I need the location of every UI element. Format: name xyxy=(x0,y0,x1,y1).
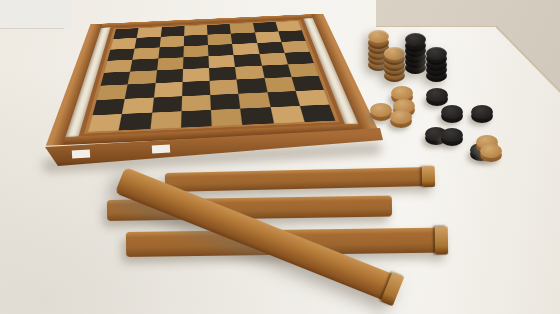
checker-disc-dark xyxy=(426,63,447,76)
checker-disc-top xyxy=(393,99,415,113)
wall-seam-line xyxy=(0,28,64,29)
checker-disc-side xyxy=(393,103,415,117)
checker-disc-light xyxy=(384,58,405,71)
board-square xyxy=(181,95,211,111)
checker-disc-top xyxy=(370,103,392,117)
board-square xyxy=(150,111,181,129)
checker-disc-side xyxy=(476,139,498,153)
board-square xyxy=(261,64,291,78)
board-square xyxy=(155,69,183,83)
board-square xyxy=(300,104,336,122)
rail-end-cap xyxy=(435,226,448,254)
checker-disc-light xyxy=(384,52,405,65)
rail-end-cap xyxy=(422,165,435,187)
checker-disc-top xyxy=(391,86,413,100)
checker-disc-dark xyxy=(405,61,426,74)
checker-disc-dark xyxy=(405,39,426,52)
checkers-stack-dark xyxy=(405,33,426,74)
checker-disc-light xyxy=(391,86,413,104)
board-square xyxy=(119,112,152,130)
checker-disc-top xyxy=(426,88,448,102)
board-square xyxy=(125,83,155,98)
checker-disc-dark xyxy=(441,128,463,146)
board-square xyxy=(88,114,122,132)
checker-disc-light xyxy=(384,63,405,76)
board-square xyxy=(291,76,323,91)
board-square xyxy=(267,91,300,107)
checker-disc-light xyxy=(384,47,405,60)
checkers-stack-dark xyxy=(426,47,447,82)
checker-disc-top xyxy=(470,143,492,157)
board-square xyxy=(270,106,304,124)
wall-top-left xyxy=(0,0,72,28)
checker-disc-top xyxy=(425,127,447,141)
checker-disc-top xyxy=(441,105,463,119)
checker-disc-dark xyxy=(405,33,426,46)
board-square xyxy=(181,110,212,128)
front-face-notch xyxy=(72,150,90,159)
table-back-edge xyxy=(376,26,497,28)
board-square xyxy=(93,99,126,116)
checker-disc-light xyxy=(384,69,405,82)
checker-disc-dark xyxy=(426,52,447,65)
board-square xyxy=(152,96,182,112)
board-square xyxy=(237,78,267,93)
checker-disc-light xyxy=(368,52,389,65)
checker-disc-top xyxy=(471,105,493,119)
checker-disc-light xyxy=(368,30,389,43)
board-perspective-scene xyxy=(72,0,346,205)
checker-disc-light xyxy=(393,99,415,117)
checker-disc-side xyxy=(390,114,412,128)
checker-disc-dark xyxy=(470,143,492,161)
front-face-notch xyxy=(152,145,170,154)
photo-scene xyxy=(0,0,560,314)
checkerboard xyxy=(79,19,346,137)
checker-disc-side xyxy=(470,147,492,161)
board-square xyxy=(182,81,210,96)
board-square xyxy=(235,66,264,80)
board-square xyxy=(122,97,153,114)
checker-disc-dark xyxy=(426,69,447,82)
board-square xyxy=(210,93,240,109)
checker-disc-dark xyxy=(441,105,463,123)
checker-disc-dark xyxy=(405,44,426,57)
board-square xyxy=(264,77,295,92)
checker-disc-light xyxy=(368,41,389,54)
board-square xyxy=(211,108,243,126)
board-square xyxy=(209,67,237,81)
checker-disc-light xyxy=(368,47,389,60)
checker-disc-light xyxy=(480,144,502,162)
checker-disc-dark xyxy=(426,88,448,106)
board-square xyxy=(288,63,319,77)
checkers-board-tray xyxy=(46,14,379,146)
board-square xyxy=(97,85,128,100)
checker-disc-side xyxy=(441,109,463,123)
board-square xyxy=(240,107,273,125)
checker-disc-top xyxy=(390,110,412,124)
checker-disc-light xyxy=(390,110,412,128)
checker-disc-side xyxy=(441,132,463,146)
checkers-stack-light xyxy=(368,30,389,71)
checkers-stack-light xyxy=(384,47,405,82)
checker-disc-side xyxy=(391,90,413,104)
checker-disc-dark xyxy=(426,58,447,71)
rail-end-cap xyxy=(381,272,405,306)
checker-disc-light xyxy=(370,103,392,121)
checker-disc-light xyxy=(368,36,389,49)
checker-disc-side xyxy=(425,131,447,145)
checker-disc-dark xyxy=(405,55,426,68)
checker-disc-light xyxy=(368,58,389,71)
board-square xyxy=(182,68,209,82)
checker-disc-light xyxy=(476,135,498,153)
board-square xyxy=(239,92,270,108)
board-square xyxy=(295,90,329,106)
checker-disc-top xyxy=(441,128,463,142)
board-square xyxy=(210,80,239,95)
checker-disc-dark xyxy=(425,127,447,145)
checker-disc-top xyxy=(480,144,502,158)
wooden-rail-3 xyxy=(126,227,448,256)
checker-disc-dark xyxy=(471,105,493,123)
checker-disc-dark xyxy=(405,50,426,63)
checker-disc-side xyxy=(471,109,493,123)
checker-disc-top xyxy=(476,135,498,149)
checker-disc-side xyxy=(480,148,502,162)
checker-disc-dark xyxy=(426,47,447,60)
checker-disc-side xyxy=(426,92,448,106)
board-square xyxy=(153,82,182,97)
